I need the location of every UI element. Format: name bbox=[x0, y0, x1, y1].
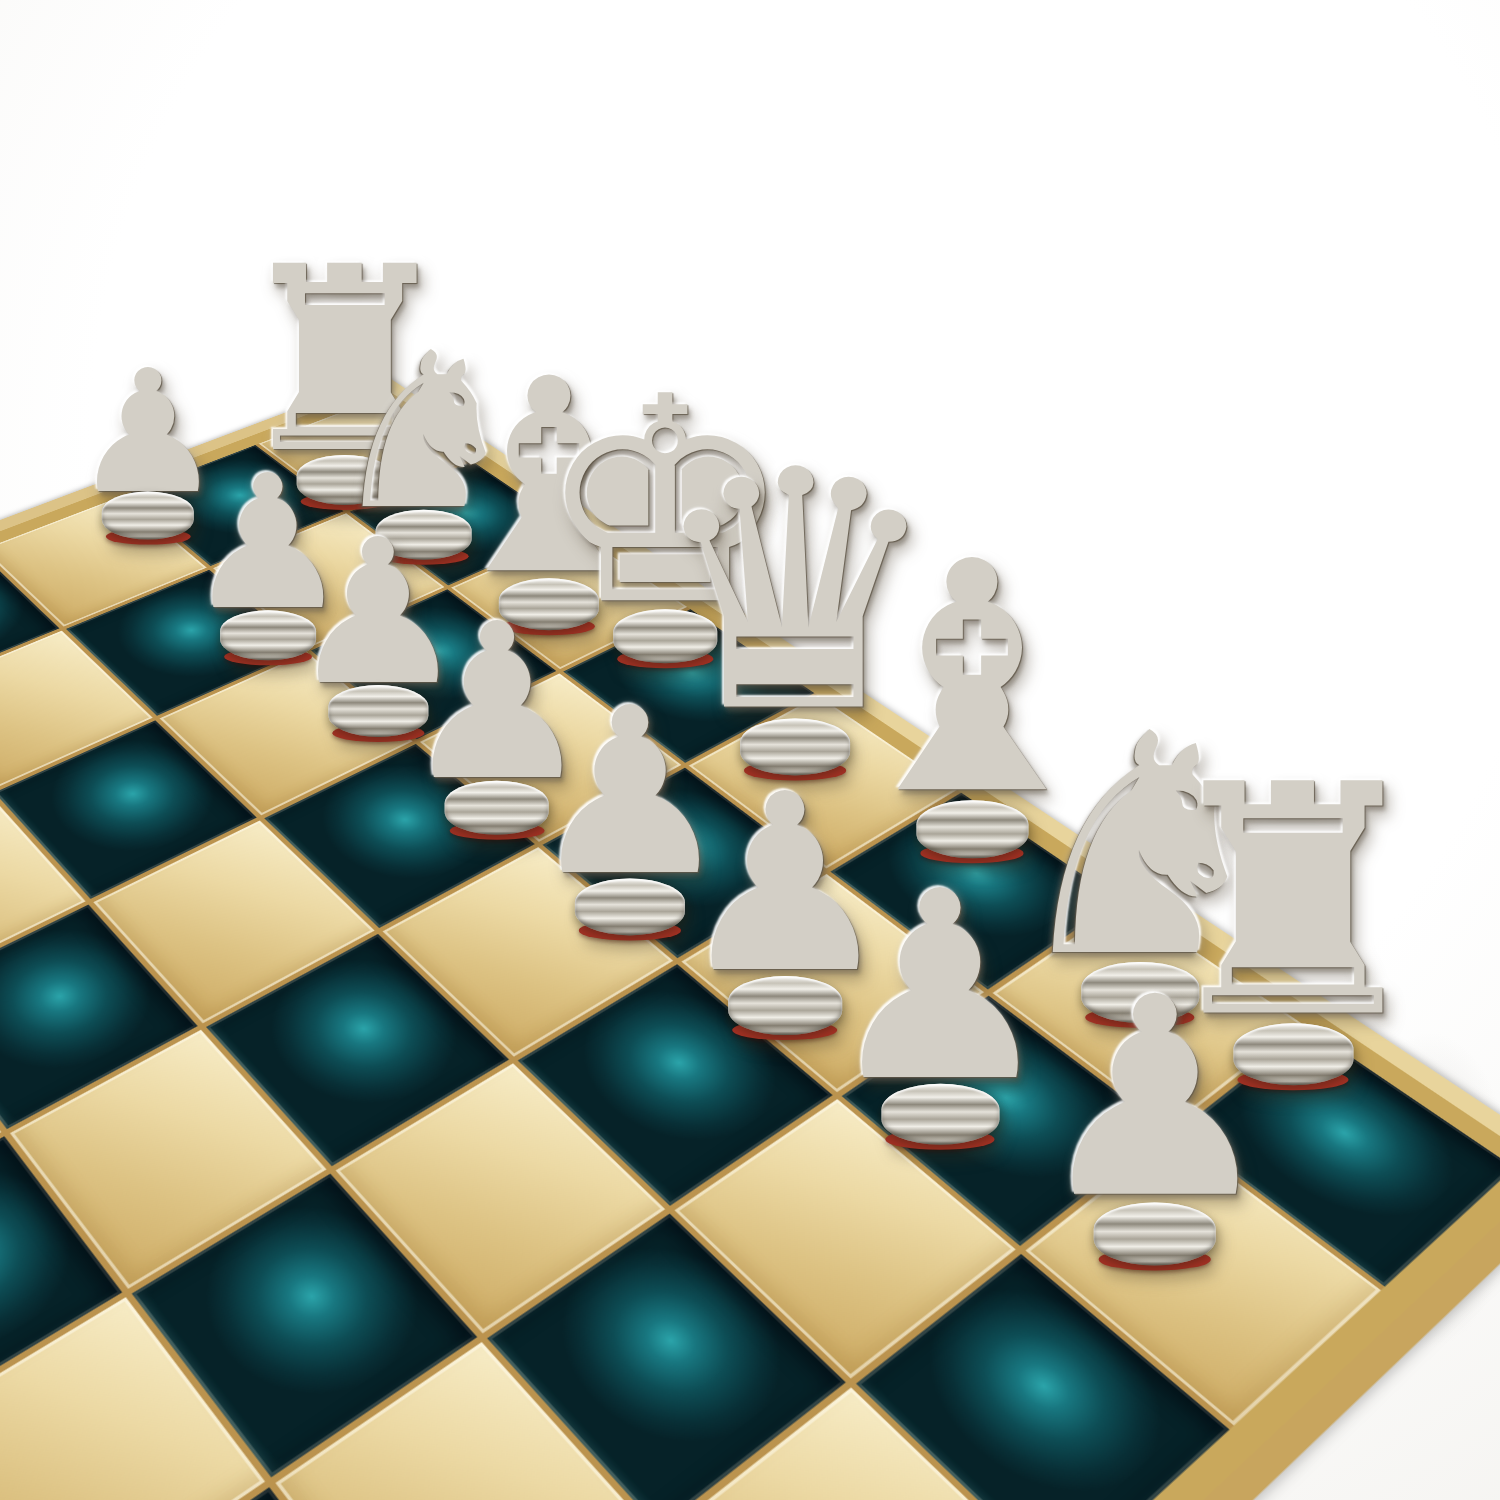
piece-white-pawn-a2[interactable]: ♟ bbox=[1032, 987, 1279, 1266]
felt-pad bbox=[886, 1129, 995, 1150]
hoplite-pawn-icon: ♟ bbox=[1032, 987, 1279, 1213]
felt-pad bbox=[1099, 1249, 1211, 1270]
felt-pad bbox=[106, 529, 191, 545]
piece-base bbox=[1094, 1202, 1216, 1265]
hoplite-pawn-icon: ♟ bbox=[823, 881, 1056, 1094]
piece-base bbox=[102, 492, 194, 540]
felt-pad bbox=[579, 921, 680, 940]
piece-white-pawn-b2[interactable]: ♟ bbox=[823, 881, 1056, 1145]
felt-pad bbox=[733, 1020, 838, 1040]
piece-base bbox=[881, 1084, 999, 1145]
pieces-layer: ♜♞♝♚♛♝♞♜♟♟♟♟♟♟♟♟ bbox=[0, 0, 1500, 1500]
piece-base bbox=[575, 878, 685, 935]
product-photo-stage: ♜♞♝♚♛♝♞♜♟♟♟♟♟♟♟♟ bbox=[0, 0, 1500, 1500]
